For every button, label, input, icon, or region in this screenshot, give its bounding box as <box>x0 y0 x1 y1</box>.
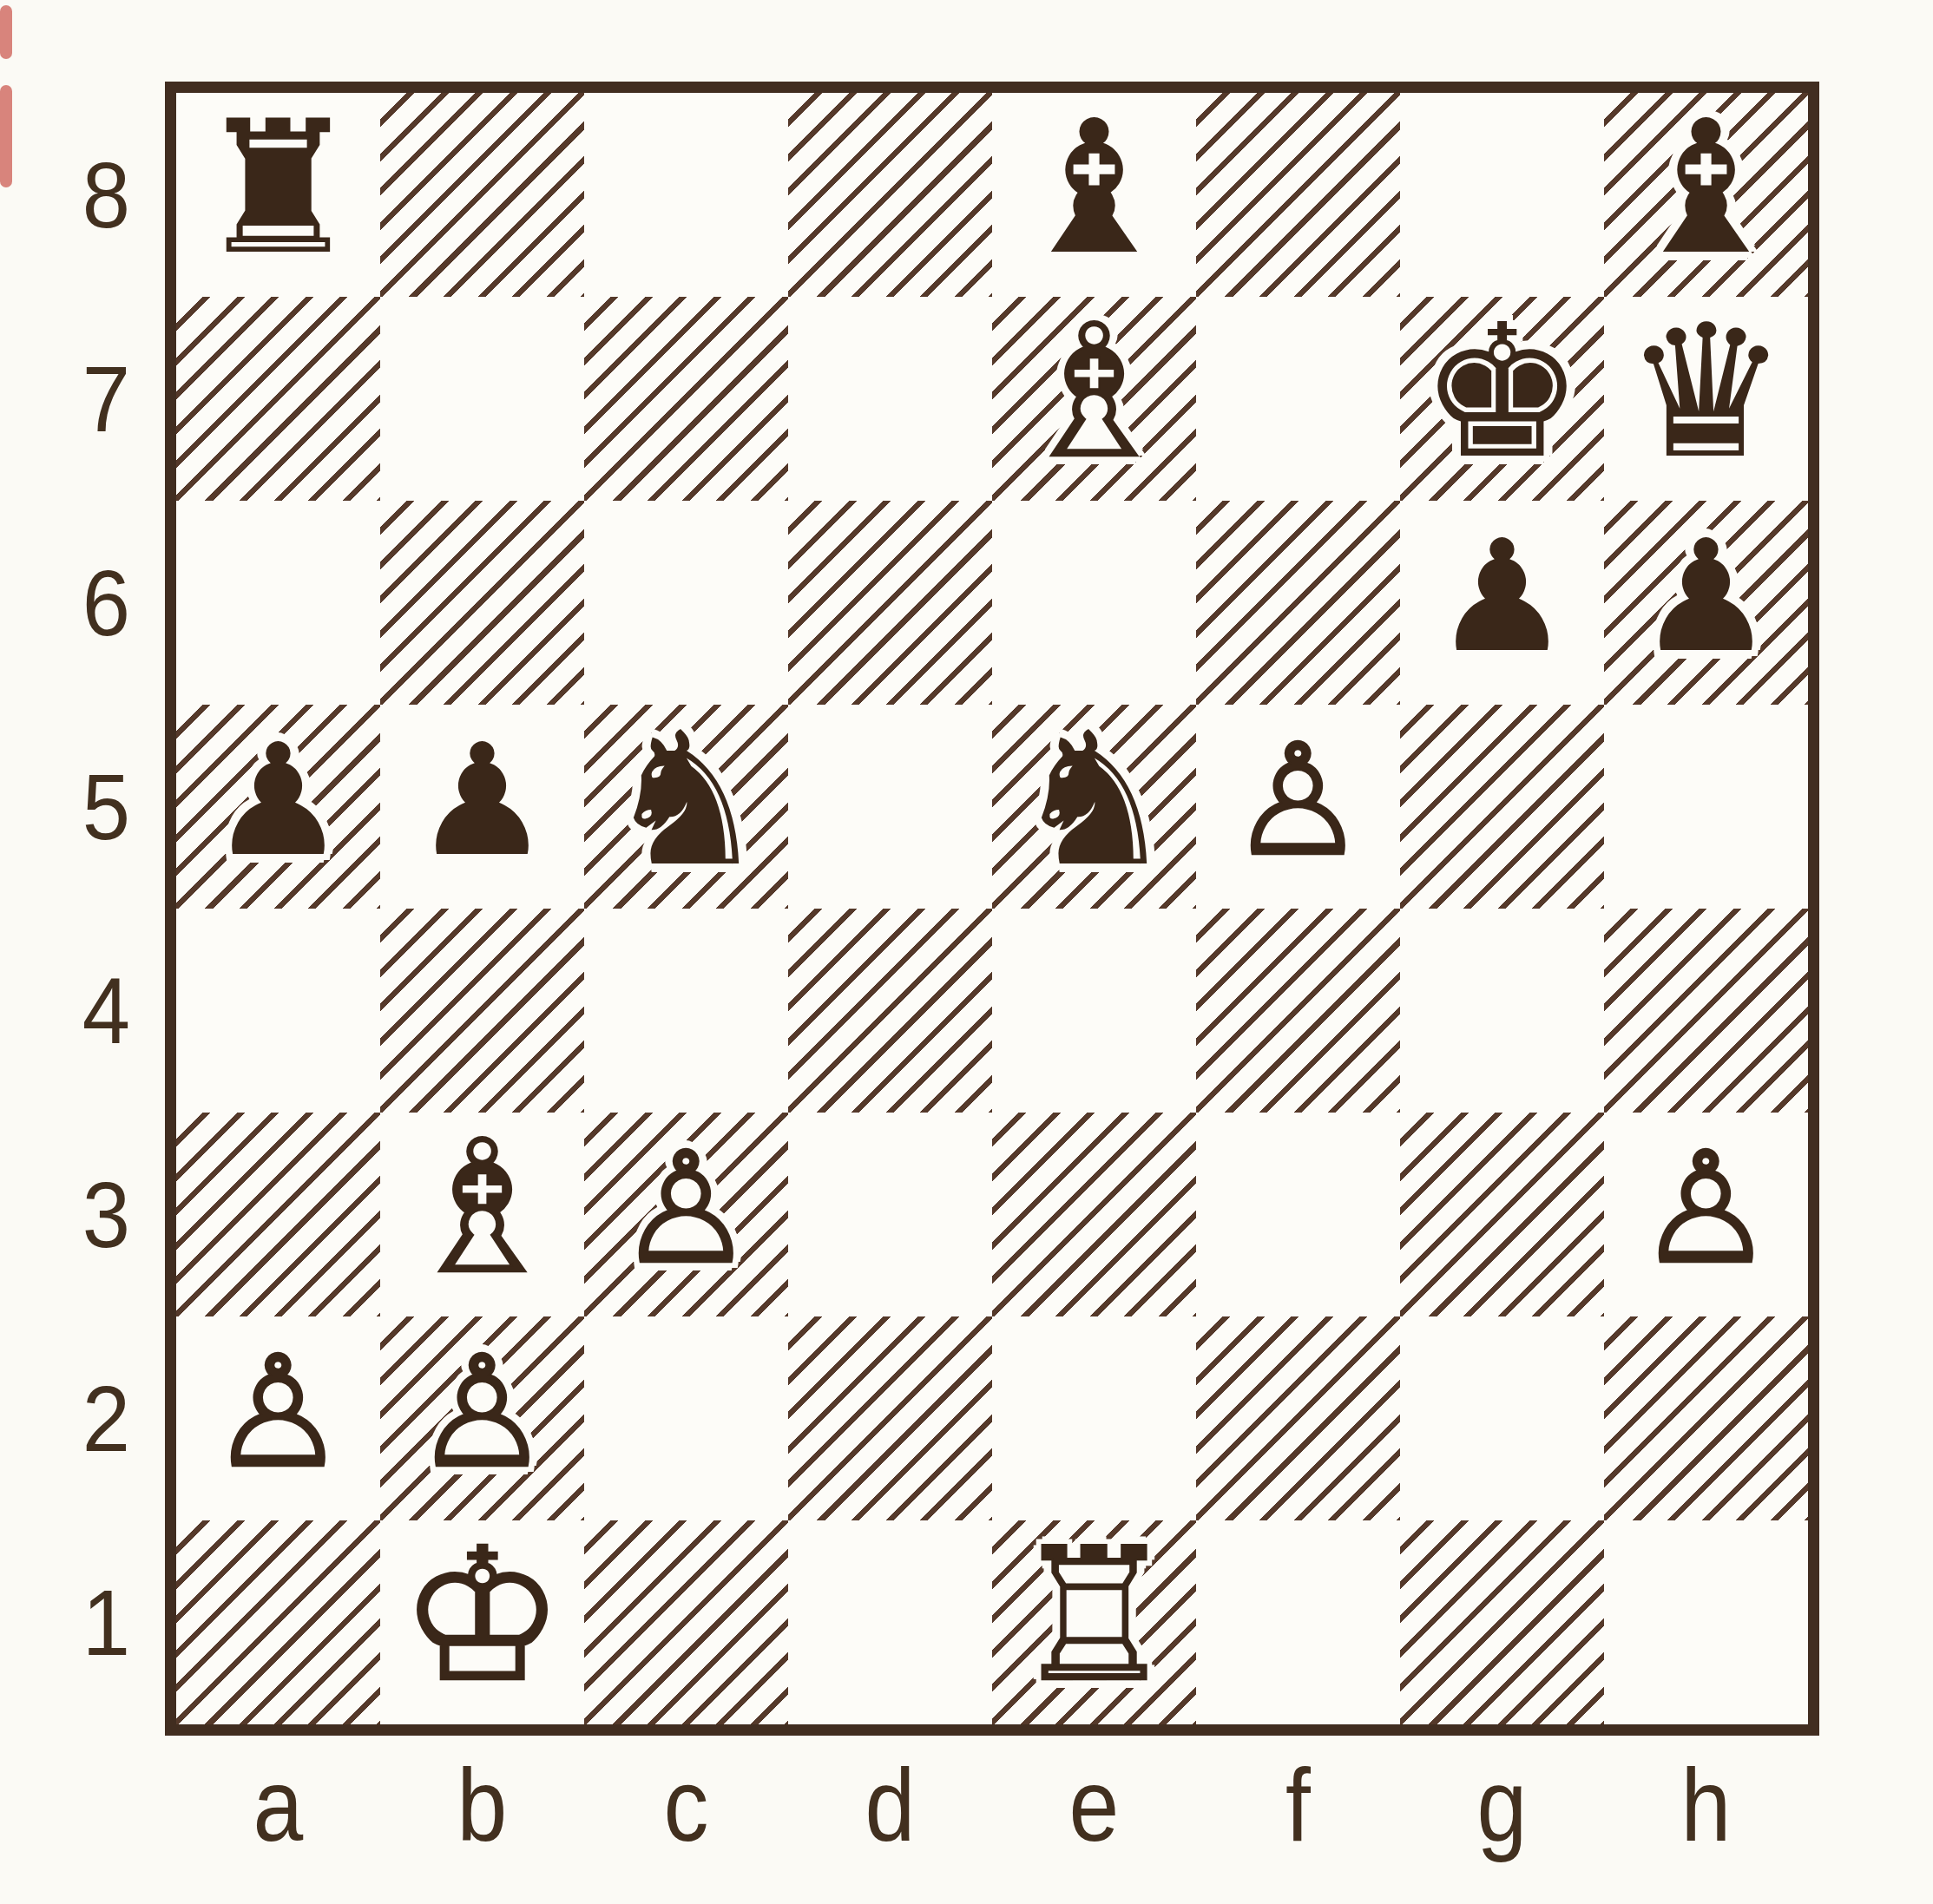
file-label-d: d <box>800 1746 980 1876</box>
rank-label-7: 7 <box>35 297 130 501</box>
white-pawn-h3: ♟♙ <box>1604 1113 1808 1316</box>
piece-glyph-white-pawn: ♙ <box>1637 1131 1776 1285</box>
square-c3: ♟♙ <box>584 1113 788 1316</box>
piece-glyph-black-knight: ♞ <box>1011 707 1176 891</box>
square-h1 <box>1604 1520 1808 1724</box>
rank-label-2: 2 <box>35 1316 130 1520</box>
piece-glyph-black-queen: ♛ <box>1623 299 1788 483</box>
square-b7 <box>380 297 584 501</box>
square-c7 <box>584 297 788 501</box>
rank-label-8: 8 <box>35 93 130 297</box>
page-edge-red-mark <box>0 85 12 187</box>
square-a5: ♟♟ <box>176 705 380 909</box>
square-a2: ♟♙ <box>176 1316 380 1520</box>
square-d4 <box>788 909 992 1113</box>
piece-glyph-black-knight: ♞ <box>603 707 768 891</box>
square-d7 <box>788 297 992 501</box>
file-label-g: g <box>1412 1746 1592 1876</box>
square-c4 <box>584 909 788 1113</box>
square-a4 <box>176 909 380 1113</box>
square-e5: ♞♞ <box>992 705 1196 909</box>
square-h8: ♝♝ <box>1604 93 1808 297</box>
square-b6 <box>380 501 584 705</box>
square-g8 <box>1400 93 1604 297</box>
square-g3 <box>1400 1113 1604 1316</box>
square-h2 <box>1604 1316 1808 1520</box>
chess-board-frame: ♜♜♝♝♝♝♝♗♚♚♛♛♟♟♟♟♟♟♟♟♞♞♞♞♟♙♝♗♟♙♟♙♟♙♟♙♚♔♜♖ <box>165 82 1819 1736</box>
square-f8 <box>1196 93 1400 297</box>
square-h5 <box>1604 705 1808 909</box>
square-d2 <box>788 1316 992 1520</box>
chess-board: ♜♜♝♝♝♝♝♗♚♚♛♛♟♟♟♟♟♟♟♟♞♞♞♞♟♙♝♗♟♙♟♙♟♙♟♙♚♔♜♖ <box>176 93 1808 1724</box>
rank-label-1: 1 <box>35 1520 130 1724</box>
square-g5 <box>1400 705 1604 909</box>
piece-glyph-white-bishop: ♗ <box>399 1115 564 1299</box>
black-knight-e5: ♞♞ <box>992 705 1196 909</box>
white-pawn-b2: ♟♙ <box>380 1316 584 1520</box>
piece-glyph-white-pawn: ♙ <box>413 1335 552 1489</box>
square-g2 <box>1400 1316 1604 1520</box>
file-label-e: e <box>1004 1746 1184 1876</box>
white-pawn-a2: ♟♙ <box>176 1316 380 1520</box>
square-g1 <box>1400 1520 1604 1724</box>
square-d3 <box>788 1113 992 1316</box>
file-label-f: f <box>1208 1746 1388 1876</box>
rank-label-6: 6 <box>35 501 130 705</box>
square-b3: ♝♗ <box>380 1113 584 1316</box>
square-e6 <box>992 501 1196 705</box>
square-b8 <box>380 93 584 297</box>
square-h6: ♟♟ <box>1604 501 1808 705</box>
square-e7: ♝♗ <box>992 297 1196 501</box>
square-e2 <box>992 1316 1196 1520</box>
white-bishop-b3: ♝♗ <box>380 1113 584 1316</box>
square-a3 <box>176 1113 380 1316</box>
square-b2: ♟♙ <box>380 1316 584 1520</box>
black-knight-c5: ♞♞ <box>584 705 788 909</box>
square-c2 <box>584 1316 788 1520</box>
square-f5: ♟♙ <box>1196 705 1400 909</box>
square-d1 <box>788 1520 992 1724</box>
square-h4 <box>1604 909 1808 1113</box>
square-c1 <box>584 1520 788 1724</box>
square-b4 <box>380 909 584 1113</box>
square-g6: ♟♟ <box>1400 501 1604 705</box>
piece-glyph-black-pawn: ♟ <box>413 723 552 877</box>
rank-label-4: 4 <box>35 909 130 1113</box>
square-e4 <box>992 909 1196 1113</box>
white-bishop-e7: ♝♗ <box>992 297 1196 501</box>
file-label-c: c <box>596 1746 776 1876</box>
square-f4 <box>1196 909 1400 1113</box>
square-h3: ♟♙ <box>1604 1113 1808 1316</box>
square-b5: ♟♟ <box>380 705 584 909</box>
black-rook-a8: ♜♜ <box>176 93 380 297</box>
square-f6 <box>1196 501 1400 705</box>
black-bishop-h8: ♝♝ <box>1604 93 1808 297</box>
black-pawn-h6: ♟♟ <box>1604 501 1808 705</box>
square-d6 <box>788 501 992 705</box>
piece-glyph-white-rook: ♖ <box>1011 1523 1176 1707</box>
piece-glyph-white-king: ♔ <box>399 1523 564 1707</box>
rank-label-3: 3 <box>35 1113 130 1316</box>
piece-glyph-black-bishop: ♝ <box>1011 95 1176 279</box>
black-pawn-a5: ♟♟ <box>176 705 380 909</box>
square-f3 <box>1196 1113 1400 1316</box>
piece-glyph-white-bishop: ♗ <box>1011 299 1176 483</box>
piece-glyph-black-pawn: ♟ <box>1433 519 1572 673</box>
black-king-g7: ♚♚ <box>1400 297 1604 501</box>
printed-chess-diagram-page: 87654321 ♜♜♝♝♝♝♝♗♚♚♛♛♟♟♟♟♟♟♟♟♞♞♞♞♟♙♝♗♟♙♟… <box>0 0 1933 1904</box>
black-bishop-e8: ♝♝ <box>992 93 1196 297</box>
piece-glyph-black-pawn: ♟ <box>209 723 348 877</box>
piece-glyph-black-king: ♚ <box>1419 299 1584 483</box>
piece-glyph-white-pawn: ♙ <box>1229 723 1368 877</box>
white-pawn-f5: ♟♙ <box>1196 705 1400 909</box>
square-g4 <box>1400 909 1604 1113</box>
square-c5: ♞♞ <box>584 705 788 909</box>
black-pawn-g6: ♟♟ <box>1400 501 1604 705</box>
square-c8 <box>584 93 788 297</box>
square-f2 <box>1196 1316 1400 1520</box>
square-f7 <box>1196 297 1400 501</box>
piece-glyph-white-pawn: ♙ <box>617 1131 756 1285</box>
black-queen-h7: ♛♛ <box>1604 297 1808 501</box>
square-f1 <box>1196 1520 1400 1724</box>
square-b1: ♚♔ <box>380 1520 584 1724</box>
black-pawn-b5: ♟♟ <box>380 705 584 909</box>
square-c6 <box>584 501 788 705</box>
square-a7 <box>176 297 380 501</box>
square-d8 <box>788 93 992 297</box>
square-a1 <box>176 1520 380 1724</box>
file-label-b: b <box>392 1746 572 1876</box>
rank-label-5: 5 <box>35 705 130 909</box>
white-pawn-c3: ♟♙ <box>584 1113 788 1316</box>
file-label-h: h <box>1616 1746 1796 1876</box>
square-e8: ♝♝ <box>992 93 1196 297</box>
square-d5 <box>788 705 992 909</box>
page-edge-red-mark <box>0 5 12 59</box>
square-g7: ♚♚ <box>1400 297 1604 501</box>
file-label-a: a <box>188 1746 368 1876</box>
piece-glyph-black-rook: ♜ <box>195 95 360 279</box>
piece-glyph-black-bishop: ♝ <box>1623 95 1788 279</box>
square-e3 <box>992 1113 1196 1316</box>
square-a6 <box>176 501 380 705</box>
piece-glyph-white-pawn: ♙ <box>209 1335 348 1489</box>
white-king-b1: ♚♔ <box>380 1520 584 1724</box>
piece-glyph-black-pawn: ♟ <box>1637 519 1776 673</box>
square-h7: ♛♛ <box>1604 297 1808 501</box>
square-e1: ♜♖ <box>992 1520 1196 1724</box>
square-a8: ♜♜ <box>176 93 380 297</box>
white-rook-e1: ♜♖ <box>992 1520 1196 1724</box>
